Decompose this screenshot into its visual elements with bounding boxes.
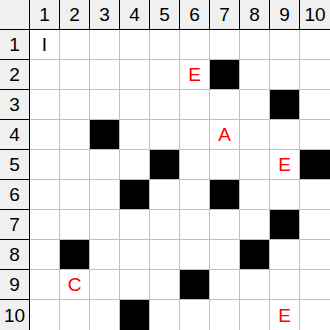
cell-r5c5[interactable] (150, 150, 180, 180)
cell-r5c10[interactable] (300, 150, 330, 180)
cell-r10c5[interactable] (150, 300, 180, 330)
cell-r10c7[interactable] (210, 300, 240, 330)
col-header-10: 10 (300, 0, 330, 30)
cell-r1c10[interactable] (300, 30, 330, 60)
row-header-8: 8 (0, 240, 30, 270)
cell-r7c5[interactable] (150, 210, 180, 240)
cell-r1c9[interactable] (270, 30, 300, 60)
cell-r3c4[interactable] (120, 90, 150, 120)
cell-r1c1[interactable]: I (30, 30, 60, 60)
cell-r3c7[interactable] (210, 90, 240, 120)
cell-r2c3[interactable] (90, 60, 120, 90)
cell-r9c8[interactable] (240, 270, 270, 300)
cell-r4c4[interactable] (120, 120, 150, 150)
cell-r7c10[interactable] (300, 210, 330, 240)
cell-r1c8[interactable] (240, 30, 270, 60)
cell-r7c1[interactable] (30, 210, 60, 240)
cell-r10c9[interactable]: E (270, 300, 300, 330)
cell-r2c4[interactable] (120, 60, 150, 90)
cell-r8c8[interactable] (240, 240, 270, 270)
cell-r6c1[interactable] (30, 180, 60, 210)
cell-r5c6[interactable] (180, 150, 210, 180)
cell-r9c6[interactable] (180, 270, 210, 300)
cell-r10c10[interactable] (300, 300, 330, 330)
cell-r4c6[interactable] (180, 120, 210, 150)
cell-r2c7[interactable] (210, 60, 240, 90)
cell-r7c3[interactable] (90, 210, 120, 240)
cell-r6c7[interactable] (210, 180, 240, 210)
cell-r7c2[interactable] (60, 210, 90, 240)
cell-r10c4[interactable] (120, 300, 150, 330)
row-header-10: 10 (0, 300, 30, 330)
cell-r10c2[interactable] (60, 300, 90, 330)
cell-r8c1[interactable] (30, 240, 60, 270)
cell-r4c10[interactable] (300, 120, 330, 150)
cell-r1c4[interactable] (120, 30, 150, 60)
row-header-3: 3 (0, 90, 30, 120)
cell-r2c6[interactable]: E (180, 60, 210, 90)
letter-e-r2c6: E (188, 65, 201, 84)
cell-r5c8[interactable] (240, 150, 270, 180)
row-header-5: 5 (0, 150, 30, 180)
col-header-7: 7 (210, 0, 240, 30)
cell-r6c2[interactable] (60, 180, 90, 210)
cell-r2c1[interactable] (30, 60, 60, 90)
cell-r3c8[interactable] (240, 90, 270, 120)
cell-r1c3[interactable] (90, 30, 120, 60)
cell-r8c7[interactable] (210, 240, 240, 270)
cell-r7c6[interactable] (180, 210, 210, 240)
cell-r8c3[interactable] (90, 240, 120, 270)
cell-r7c8[interactable] (240, 210, 270, 240)
cell-r5c9[interactable]: E (270, 150, 300, 180)
cell-r2c8[interactable] (240, 60, 270, 90)
cell-r8c4[interactable] (120, 240, 150, 270)
cell-r6c4[interactable] (120, 180, 150, 210)
row-header-2: 2 (0, 60, 30, 90)
row-header-1: 1 (0, 30, 30, 60)
cell-r2c10[interactable] (300, 60, 330, 90)
cell-r7c9[interactable] (270, 210, 300, 240)
cell-r6c5[interactable] (150, 180, 180, 210)
col-header-6: 6 (180, 0, 210, 30)
cell-r4c8[interactable] (240, 120, 270, 150)
cell-r2c2[interactable] (60, 60, 90, 90)
col-header-3: 3 (90, 0, 120, 30)
cell-r9c7[interactable] (210, 270, 240, 300)
cell-r2c5[interactable] (150, 60, 180, 90)
cell-r4c7[interactable]: A (210, 120, 240, 150)
cell-r5c3[interactable] (90, 150, 120, 180)
col-header-4: 4 (120, 0, 150, 30)
col-header-8: 8 (240, 0, 270, 30)
cell-r10c8[interactable] (240, 300, 270, 330)
cell-r10c3[interactable] (90, 300, 120, 330)
cell-r1c2[interactable] (60, 30, 90, 60)
col-header-5: 5 (150, 0, 180, 30)
cell-r5c4[interactable] (120, 150, 150, 180)
cell-r7c4[interactable] (120, 210, 150, 240)
cell-r9c4[interactable] (120, 270, 150, 300)
cell-r3c1[interactable] (30, 90, 60, 120)
cell-r6c6[interactable] (180, 180, 210, 210)
row-header-7: 7 (0, 210, 30, 240)
cell-r9c5[interactable] (150, 270, 180, 300)
letter-c-r9c2: C (68, 275, 82, 294)
cell-r10c1[interactable] (30, 300, 60, 330)
cell-r6c9[interactable] (270, 180, 300, 210)
cell-r9c10[interactable] (300, 270, 330, 300)
cell-r8c6[interactable] (180, 240, 210, 270)
cell-r8c10[interactable] (300, 240, 330, 270)
cell-r8c2[interactable] (60, 240, 90, 270)
cell-r3c5[interactable] (150, 90, 180, 120)
cell-r10c6[interactable] (180, 300, 210, 330)
cell-r7c7[interactable] (210, 210, 240, 240)
row-header-4: 4 (0, 120, 30, 150)
corner-cell (0, 0, 30, 30)
cell-r1c5[interactable] (150, 30, 180, 60)
cell-r4c3[interactable] (90, 120, 120, 150)
cell-r2c9[interactable] (270, 60, 300, 90)
cell-r5c2[interactable] (60, 150, 90, 180)
cell-r9c3[interactable] (90, 270, 120, 300)
row-header-9: 9 (0, 270, 30, 300)
cell-r6c10[interactable] (300, 180, 330, 210)
cell-r6c8[interactable] (240, 180, 270, 210)
letter-i-r1c1: I (42, 35, 47, 54)
cell-r9c1[interactable] (30, 270, 60, 300)
cell-r9c9[interactable] (270, 270, 300, 300)
cell-r4c9[interactable] (270, 120, 300, 150)
col-header-9: 9 (270, 0, 300, 30)
col-header-1: 1 (30, 0, 60, 30)
cell-r4c5[interactable] (150, 120, 180, 150)
cell-r3c10[interactable] (300, 90, 330, 120)
puzzle-board: 123456789101I2E34A5E6789C10E (0, 0, 330, 330)
cell-r5c1[interactable] (30, 150, 60, 180)
cell-r5c7[interactable] (210, 150, 240, 180)
cell-r1c7[interactable] (210, 30, 240, 60)
cell-r4c2[interactable] (60, 120, 90, 150)
cell-r6c3[interactable] (90, 180, 120, 210)
letter-e-r10c9: E (278, 306, 291, 325)
cell-r3c6[interactable] (180, 90, 210, 120)
cell-r1c6[interactable] (180, 30, 210, 60)
cell-r8c9[interactable] (270, 240, 300, 270)
letter-e-r5c9: E (278, 155, 291, 174)
cell-r3c9[interactable] (270, 90, 300, 120)
cell-r8c5[interactable] (150, 240, 180, 270)
col-header-2: 2 (60, 0, 90, 30)
cell-r9c2[interactable]: C (60, 270, 90, 300)
cell-r3c3[interactable] (90, 90, 120, 120)
row-header-6: 6 (0, 180, 30, 210)
cell-r4c1[interactable] (30, 120, 60, 150)
letter-a-r4c7: A (218, 125, 231, 144)
cell-r3c2[interactable] (60, 90, 90, 120)
